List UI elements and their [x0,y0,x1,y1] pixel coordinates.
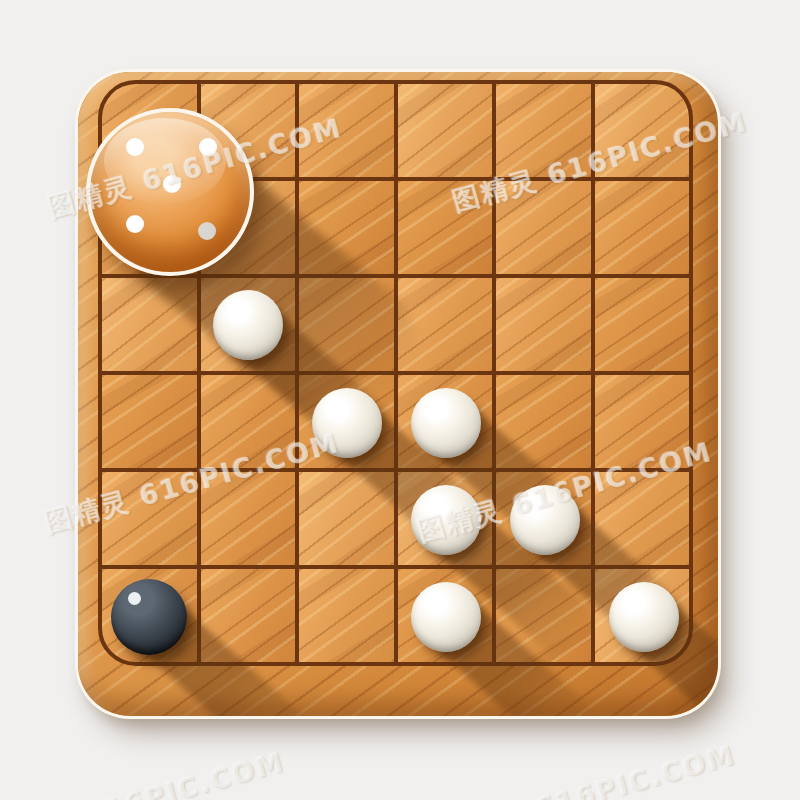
bowl-dot [126,215,144,233]
stone-specular-highlight [128,592,141,605]
stone-specular-highlight [427,594,441,608]
bowl-dot [126,138,144,156]
illustration-canvas: 图精灵 616PIC.COM 图精灵 616PIC.COM 图精灵 616PIC… [0,0,800,800]
game-board [78,72,718,716]
white-stone[interactable] [213,290,283,360]
white-stone[interactable] [510,485,580,555]
white-stone[interactable] [609,582,679,652]
bowl-gloss-highlight [104,118,226,204]
watermark: 图精灵 616PIC.COM [437,737,740,800]
watermark: 图精灵 616PIC.COM [0,744,288,800]
black-stone[interactable] [111,579,187,655]
stone-specular-highlight [328,400,342,414]
bowl-dot [199,138,217,156]
stone-specular-highlight [229,302,243,316]
stone-specular-highlight [427,400,441,414]
stone-specular-highlight [625,594,639,608]
white-stone[interactable] [411,388,481,458]
bowl-dot [198,222,216,240]
white-stone[interactable] [312,388,382,458]
stone-specular-highlight [526,497,540,511]
white-stone[interactable] [411,485,481,555]
stone-bowl[interactable] [86,108,254,276]
stone-specular-highlight [427,497,441,511]
piece-layer [78,72,718,716]
bowl-dot [163,175,181,193]
white-stone[interactable] [411,582,481,652]
